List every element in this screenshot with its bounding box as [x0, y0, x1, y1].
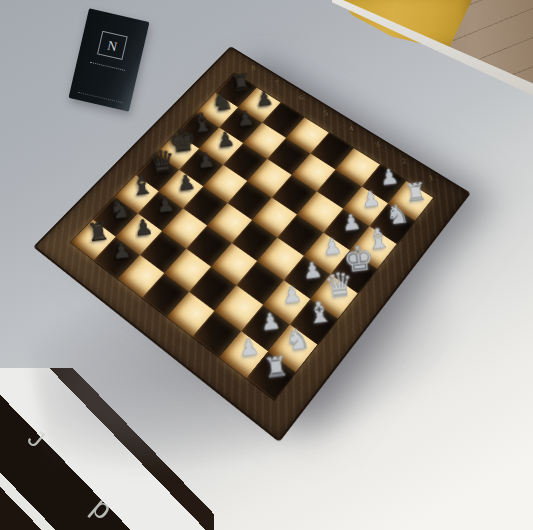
piece-black-pawn-e7: ♟	[196, 150, 217, 172]
frame-rank-label-2: 2	[400, 157, 407, 166]
piece-black-bishop-c8: ♝	[128, 171, 155, 200]
piece-white-pawn-c2: ♟	[281, 284, 303, 308]
piece-black-pawn-h7: ♟	[254, 88, 274, 110]
square-d5	[207, 203, 252, 243]
frame-rank-label-8: 8	[250, 65, 256, 73]
piece-black-pawn-a7: ♟	[111, 240, 133, 264]
piece-white-rook-a1: ♜	[263, 352, 291, 382]
piece-white-pawn-h2: ♟	[379, 166, 400, 189]
piece-black-pawn-d7: ♟	[175, 172, 196, 195]
piece-black-rook-a8: ♜	[85, 218, 110, 246]
piece-black-pawn-c7: ♟	[155, 194, 176, 217]
frame-rank-label-7: 7	[274, 79, 280, 87]
board-scene: ♜♞♝♛♚♝♞♜♟♟♟♟♟♟♟♟♟♟♟♟♟♟♟♟♜♞♝♛♚♝♞♜ 1234567…	[78, 46, 426, 394]
frame-rank-label-1: 1	[427, 174, 434, 183]
piece-black-pawn-g7: ♟	[235, 108, 255, 130]
brand-logo-subtext	[90, 61, 125, 70]
frame-rank-label-6: 6	[298, 94, 304, 102]
board-grid: ♜♞♝♛♚♝♞♜♟♟♟♟♟♟♟♟♟♟♟♟♟♟♟♟♜♞♝♛♚♝♞♜	[70, 72, 435, 401]
piece-white-knight-b1: ♞	[284, 324, 313, 355]
piece-black-rook-h8: ♜	[229, 70, 252, 95]
piece-white-pawn-e2: ♟	[321, 235, 343, 259]
piece-black-pawn-b7: ♟	[133, 216, 154, 239]
piece-white-pawn-d2: ♟	[301, 259, 323, 283]
piece-white-bishop-c1: ♝	[304, 297, 333, 329]
frame-rank-label-5: 5	[323, 109, 329, 117]
frame-rank-label-3: 3	[374, 140, 381, 149]
piece-white-pawn-a2: ♟	[238, 335, 261, 360]
frame-rank-label-4: 4	[348, 125, 355, 134]
photo-scene: J p N ♜♞♝♛♚♝♞♜♟♟♟♟♟♟♟♟♟♟♟♟♟♟♟♟♜♞♝♛♚♝♞♜ 1…	[0, 0, 533, 530]
piece-white-pawn-g2: ♟	[360, 189, 381, 212]
brand-logo-letter: N	[106, 38, 118, 53]
piece-white-pawn-b2: ♟	[260, 309, 283, 334]
piece-black-knight-b8: ♞	[107, 194, 133, 222]
piece-black-pawn-f7: ♟	[216, 129, 236, 151]
piece-white-pawn-f2: ♟	[341, 211, 363, 235]
piece-black-knight-g8: ♞	[209, 89, 234, 116]
brand-logo: N	[97, 31, 128, 60]
